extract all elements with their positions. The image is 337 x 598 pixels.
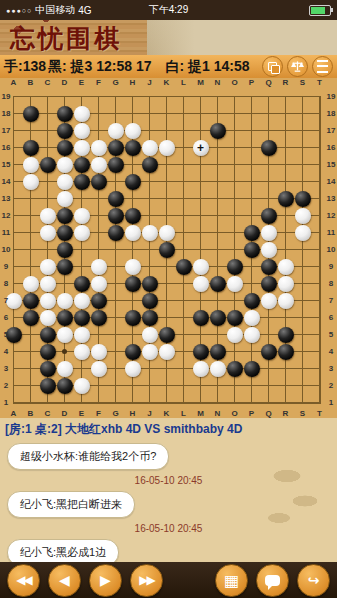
point-R9[interactable] (277, 258, 294, 275)
point-S3[interactable] (294, 360, 311, 377)
point-H13[interactable] (124, 190, 141, 207)
point-H2[interactable] (124, 377, 141, 394)
point-S17[interactable] (294, 122, 311, 139)
point-J8[interactable] (141, 275, 158, 292)
point-C15[interactable] (39, 156, 56, 173)
point-N18[interactable] (209, 105, 226, 122)
point-E6[interactable] (73, 309, 90, 326)
point-B9[interactable] (22, 258, 39, 275)
chat-area[interactable]: 超级小水杯:谁能给我2个币?16-05-10 20:45纪小飞:黑把白断进来16… (0, 438, 337, 562)
to-end-button[interactable]: ▶▶ (130, 564, 163, 597)
point-S9[interactable] (294, 258, 311, 275)
point-C3[interactable] (39, 360, 56, 377)
point-N7[interactable] (209, 292, 226, 309)
step-forward-button[interactable]: ▶ (89, 564, 122, 597)
point-B18[interactable] (22, 105, 39, 122)
chat-button[interactable] (256, 564, 289, 597)
judge-button[interactable] (287, 56, 308, 77)
point-R2[interactable] (277, 377, 294, 394)
point-O10[interactable] (226, 241, 243, 258)
point-C10[interactable] (39, 241, 56, 258)
point-O9[interactable] (226, 258, 243, 275)
point-M2[interactable] (192, 377, 209, 394)
point-O13[interactable] (226, 190, 243, 207)
point-J5[interactable] (141, 326, 158, 343)
point-M11[interactable] (192, 224, 209, 241)
point-P14[interactable] (243, 173, 260, 190)
point-S5[interactable] (294, 326, 311, 343)
point-L10[interactable] (175, 241, 192, 258)
point-F14[interactable] (90, 173, 107, 190)
point-R4[interactable] (277, 343, 294, 360)
menu-button[interactable] (312, 56, 333, 77)
point-O17[interactable] (226, 122, 243, 139)
point-F5[interactable] (90, 326, 107, 343)
point-H12[interactable] (124, 207, 141, 224)
point-J6[interactable] (141, 309, 158, 326)
point-H14[interactable] (124, 173, 141, 190)
point-P7[interactable] (243, 292, 260, 309)
point-K17[interactable] (158, 122, 175, 139)
point-F18[interactable] (90, 105, 107, 122)
point-E13[interactable] (73, 190, 90, 207)
point-O3[interactable] (226, 360, 243, 377)
point-P13[interactable] (243, 190, 260, 207)
point-S12[interactable] (294, 207, 311, 224)
point-M14[interactable] (192, 173, 209, 190)
point-D15[interactable] (56, 156, 73, 173)
point-S16[interactable] (294, 139, 311, 156)
point-E9[interactable] (73, 258, 90, 275)
point-B15[interactable] (22, 156, 39, 173)
point-D14[interactable] (56, 173, 73, 190)
point-N11[interactable] (209, 224, 226, 241)
point-C13[interactable] (39, 190, 56, 207)
point-K10[interactable] (158, 241, 175, 258)
point-C4[interactable] (39, 343, 56, 360)
point-C17[interactable] (39, 122, 56, 139)
share-button[interactable]: ↪ (297, 564, 330, 597)
point-J14[interactable] (141, 173, 158, 190)
point-S2[interactable] (294, 377, 311, 394)
point-N16[interactable] (209, 139, 226, 156)
point-B14[interactable] (22, 173, 39, 190)
point-E5[interactable] (73, 326, 90, 343)
point-N10[interactable] (209, 241, 226, 258)
point-C5[interactable] (39, 326, 56, 343)
point-K13[interactable] (158, 190, 175, 207)
point-D12[interactable] (56, 207, 73, 224)
point-L11[interactable] (175, 224, 192, 241)
point-S13[interactable] (294, 190, 311, 207)
point-M4[interactable] (192, 343, 209, 360)
point-C18[interactable] (39, 105, 56, 122)
to-start-button[interactable]: ◀◀ (7, 564, 40, 597)
point-L14[interactable] (175, 173, 192, 190)
point-Q11[interactable] (260, 224, 277, 241)
point-L13[interactable] (175, 190, 192, 207)
point-S19[interactable] (294, 88, 311, 105)
point-R8[interactable] (277, 275, 294, 292)
point-H11[interactable] (124, 224, 141, 241)
point-E3[interactable] (73, 360, 90, 377)
point-S8[interactable] (294, 275, 311, 292)
point-Q2[interactable] (260, 377, 277, 394)
point-N12[interactable] (209, 207, 226, 224)
point-K12[interactable] (158, 207, 175, 224)
point-K7[interactable] (158, 292, 175, 309)
point-S15[interactable] (294, 156, 311, 173)
point-F15[interactable] (90, 156, 107, 173)
point-J9[interactable] (141, 258, 158, 275)
point-J12[interactable] (141, 207, 158, 224)
point-G11[interactable] (107, 224, 124, 241)
step-back-button[interactable]: ◀ (48, 564, 81, 597)
point-C12[interactable] (39, 207, 56, 224)
point-F17[interactable] (90, 122, 107, 139)
point-G10[interactable] (107, 241, 124, 258)
point-B11[interactable] (22, 224, 39, 241)
point-Q17[interactable] (260, 122, 277, 139)
point-Q16[interactable] (260, 139, 277, 156)
point-L17[interactable] (175, 122, 192, 139)
point-N5[interactable] (209, 326, 226, 343)
point-L16[interactable] (175, 139, 192, 156)
point-G15[interactable] (107, 156, 124, 173)
chat-message-bubble[interactable]: 超级小水杯:谁能给我2个币? (7, 443, 169, 470)
point-H10[interactable] (124, 241, 141, 258)
point-H16[interactable] (124, 139, 141, 156)
point-Q5[interactable] (260, 326, 277, 343)
point-H5[interactable] (124, 326, 141, 343)
point-F3[interactable] (90, 360, 107, 377)
point-R16[interactable] (277, 139, 294, 156)
point-E8[interactable] (73, 275, 90, 292)
point-O2[interactable] (226, 377, 243, 394)
point-S18[interactable] (294, 105, 311, 122)
point-J3[interactable] (141, 360, 158, 377)
point-F13[interactable] (90, 190, 107, 207)
point-R15[interactable] (277, 156, 294, 173)
point-K5[interactable] (158, 326, 175, 343)
point-B6[interactable] (22, 309, 39, 326)
point-O18[interactable] (226, 105, 243, 122)
point-J10[interactable] (141, 241, 158, 258)
chat-message-bubble[interactable]: 纪小飞:黑必成1边 (7, 539, 119, 562)
point-P16[interactable] (243, 139, 260, 156)
point-E11[interactable] (73, 224, 90, 241)
point-D6[interactable] (56, 309, 73, 326)
point-L7[interactable] (175, 292, 192, 309)
point-M12[interactable] (192, 207, 209, 224)
point-E10[interactable] (73, 241, 90, 258)
point-E15[interactable] (73, 156, 90, 173)
point-B16[interactable] (22, 139, 39, 156)
point-P5[interactable] (243, 326, 260, 343)
point-F6[interactable] (90, 309, 107, 326)
point-E2[interactable] (73, 377, 90, 394)
point-G18[interactable] (107, 105, 124, 122)
point-R17[interactable] (277, 122, 294, 139)
point-H15[interactable] (124, 156, 141, 173)
point-Q3[interactable] (260, 360, 277, 377)
point-G4[interactable] (107, 343, 124, 360)
point-P18[interactable] (243, 105, 260, 122)
point-O4[interactable] (226, 343, 243, 360)
point-P2[interactable] (243, 377, 260, 394)
point-O7[interactable] (226, 292, 243, 309)
point-H3[interactable] (124, 360, 141, 377)
point-Q9[interactable] (260, 258, 277, 275)
point-J18[interactable] (141, 105, 158, 122)
point-Q12[interactable] (260, 207, 277, 224)
point-R3[interactable] (277, 360, 294, 377)
point-F4[interactable] (90, 343, 107, 360)
point-M16[interactable]: + (192, 139, 209, 156)
point-N2[interactable] (209, 377, 226, 394)
point-G3[interactable] (107, 360, 124, 377)
point-O19[interactable] (226, 88, 243, 105)
point-L15[interactable] (175, 156, 192, 173)
point-K18[interactable] (158, 105, 175, 122)
point-K8[interactable] (158, 275, 175, 292)
point-K15[interactable] (158, 156, 175, 173)
point-G17[interactable] (107, 122, 124, 139)
point-M10[interactable] (192, 241, 209, 258)
boards-button[interactable] (262, 56, 283, 77)
point-P10[interactable] (243, 241, 260, 258)
point-G6[interactable] (107, 309, 124, 326)
point-C7[interactable] (39, 292, 56, 309)
point-H8[interactable] (124, 275, 141, 292)
point-S7[interactable] (294, 292, 311, 309)
point-D5[interactable] (56, 326, 73, 343)
point-G12[interactable] (107, 207, 124, 224)
point-M13[interactable] (192, 190, 209, 207)
point-P12[interactable] (243, 207, 260, 224)
point-M6[interactable] (192, 309, 209, 326)
point-M19[interactable] (192, 88, 209, 105)
point-P6[interactable] (243, 309, 260, 326)
point-G19[interactable] (107, 88, 124, 105)
board-grid[interactable]: + (5, 88, 328, 411)
point-P4[interactable] (243, 343, 260, 360)
point-D13[interactable] (56, 190, 73, 207)
point-G2[interactable] (107, 377, 124, 394)
point-E7[interactable] (73, 292, 90, 309)
point-G14[interactable] (107, 173, 124, 190)
point-F19[interactable] (90, 88, 107, 105)
point-N4[interactable] (209, 343, 226, 360)
point-R19[interactable] (277, 88, 294, 105)
point-C14[interactable] (39, 173, 56, 190)
point-O5[interactable] (226, 326, 243, 343)
point-F8[interactable] (90, 275, 107, 292)
point-N14[interactable] (209, 173, 226, 190)
point-J11[interactable] (141, 224, 158, 241)
point-D18[interactable] (56, 105, 73, 122)
point-E19[interactable] (73, 88, 90, 105)
point-M15[interactable] (192, 156, 209, 173)
point-C16[interactable] (39, 139, 56, 156)
point-G7[interactable] (107, 292, 124, 309)
point-H6[interactable] (124, 309, 141, 326)
point-D17[interactable] (56, 122, 73, 139)
point-C11[interactable] (39, 224, 56, 241)
point-J19[interactable] (141, 88, 158, 105)
point-D2[interactable] (56, 377, 73, 394)
point-P9[interactable] (243, 258, 260, 275)
point-D10[interactable] (56, 241, 73, 258)
point-O12[interactable] (226, 207, 243, 224)
point-L9[interactable] (175, 258, 192, 275)
point-M9[interactable] (192, 258, 209, 275)
point-L4[interactable] (175, 343, 192, 360)
point-N15[interactable] (209, 156, 226, 173)
point-N6[interactable] (209, 309, 226, 326)
point-C2[interactable] (39, 377, 56, 394)
point-B8[interactable] (22, 275, 39, 292)
point-D7[interactable] (56, 292, 73, 309)
point-D19[interactable] (56, 88, 73, 105)
point-C9[interactable] (39, 258, 56, 275)
point-J7[interactable] (141, 292, 158, 309)
point-M18[interactable] (192, 105, 209, 122)
point-D4[interactable] (56, 343, 73, 360)
point-S4[interactable] (294, 343, 311, 360)
point-E14[interactable] (73, 173, 90, 190)
point-N9[interactable] (209, 258, 226, 275)
point-M5[interactable] (192, 326, 209, 343)
point-B3[interactable] (22, 360, 39, 377)
point-O16[interactable] (226, 139, 243, 156)
point-Q6[interactable] (260, 309, 277, 326)
point-F7[interactable] (90, 292, 107, 309)
point-R10[interactable] (277, 241, 294, 258)
point-F2[interactable] (90, 377, 107, 394)
point-N3[interactable] (209, 360, 226, 377)
point-O14[interactable] (226, 173, 243, 190)
point-K11[interactable] (158, 224, 175, 241)
point-H7[interactable] (124, 292, 141, 309)
point-C8[interactable] (39, 275, 56, 292)
point-O15[interactable] (226, 156, 243, 173)
point-E17[interactable] (73, 122, 90, 139)
point-G9[interactable] (107, 258, 124, 275)
point-B5[interactable] (22, 326, 39, 343)
point-M7[interactable] (192, 292, 209, 309)
point-G8[interactable] (107, 275, 124, 292)
point-B19[interactable] (22, 88, 39, 105)
point-B7[interactable] (22, 292, 39, 309)
point-S6[interactable] (294, 309, 311, 326)
point-R14[interactable] (277, 173, 294, 190)
point-L6[interactable] (175, 309, 192, 326)
point-Q14[interactable] (260, 173, 277, 190)
point-Q18[interactable] (260, 105, 277, 122)
point-R5[interactable] (277, 326, 294, 343)
point-O8[interactable] (226, 275, 243, 292)
point-D11[interactable] (56, 224, 73, 241)
point-E18[interactable] (73, 105, 90, 122)
point-R12[interactable] (277, 207, 294, 224)
point-G13[interactable] (107, 190, 124, 207)
point-R6[interactable] (277, 309, 294, 326)
point-B13[interactable] (22, 190, 39, 207)
point-B10[interactable] (22, 241, 39, 258)
point-R11[interactable] (277, 224, 294, 241)
point-Q10[interactable] (260, 241, 277, 258)
point-L18[interactable] (175, 105, 192, 122)
point-H19[interactable] (124, 88, 141, 105)
point-D8[interactable] (56, 275, 73, 292)
chat-message-bubble[interactable]: 纪小飞:黑把白断进来 (7, 491, 135, 518)
point-R13[interactable] (277, 190, 294, 207)
point-J17[interactable] (141, 122, 158, 139)
point-B4[interactable] (22, 343, 39, 360)
point-S10[interactable] (294, 241, 311, 258)
point-Q19[interactable] (260, 88, 277, 105)
point-P17[interactable] (243, 122, 260, 139)
point-K14[interactable] (158, 173, 175, 190)
point-D9[interactable] (56, 258, 73, 275)
point-F11[interactable] (90, 224, 107, 241)
point-M8[interactable] (192, 275, 209, 292)
point-H4[interactable] (124, 343, 141, 360)
point-L8[interactable] (175, 275, 192, 292)
point-K4[interactable] (158, 343, 175, 360)
point-D16[interactable] (56, 139, 73, 156)
point-K19[interactable] (158, 88, 175, 105)
point-L12[interactable] (175, 207, 192, 224)
point-H17[interactable] (124, 122, 141, 139)
point-K6[interactable] (158, 309, 175, 326)
point-M17[interactable] (192, 122, 209, 139)
point-N19[interactable] (209, 88, 226, 105)
point-L19[interactable] (175, 88, 192, 105)
point-N17[interactable] (209, 122, 226, 139)
point-G16[interactable] (107, 139, 124, 156)
point-C19[interactable] (39, 88, 56, 105)
point-F12[interactable] (90, 207, 107, 224)
point-S11[interactable] (294, 224, 311, 241)
point-K3[interactable] (158, 360, 175, 377)
point-J15[interactable] (141, 156, 158, 173)
point-Q13[interactable] (260, 190, 277, 207)
point-Q15[interactable] (260, 156, 277, 173)
point-Q4[interactable] (260, 343, 277, 360)
point-E4[interactable] (73, 343, 90, 360)
point-K9[interactable] (158, 258, 175, 275)
point-S14[interactable] (294, 173, 311, 190)
point-H18[interactable] (124, 105, 141, 122)
point-C6[interactable] (39, 309, 56, 326)
point-E16[interactable] (73, 139, 90, 156)
point-P15[interactable] (243, 156, 260, 173)
point-J2[interactable] (141, 377, 158, 394)
point-M3[interactable] (192, 360, 209, 377)
point-B2[interactable] (22, 377, 39, 394)
point-F10[interactable] (90, 241, 107, 258)
point-G5[interactable] (107, 326, 124, 343)
point-H9[interactable] (124, 258, 141, 275)
point-F16[interactable] (90, 139, 107, 156)
point-J13[interactable] (141, 190, 158, 207)
point-D3[interactable] (56, 360, 73, 377)
point-L2[interactable] (175, 377, 192, 394)
point-N13[interactable] (209, 190, 226, 207)
point-P19[interactable] (243, 88, 260, 105)
